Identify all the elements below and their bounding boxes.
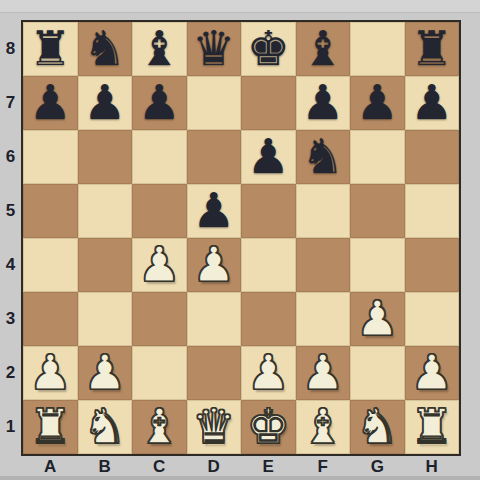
square-g5[interactable] [350,184,405,238]
square-c4[interactable]: ♟ [132,238,187,292]
file-labels: ABCDEFGH [23,456,459,476]
black-pawn-icon: ♟ [356,78,399,126]
white-pawn-icon: ♟ [301,348,344,396]
square-a5[interactable] [23,184,78,238]
rank-label: 5 [0,184,21,238]
white-pawn-icon: ♟ [83,348,126,396]
rank-label: 1 [0,400,21,454]
square-c6[interactable] [132,130,187,184]
file-label: A [23,456,78,477]
square-f5[interactable] [296,184,351,238]
black-queen-icon: ♛ [192,24,235,72]
file-label: E [241,456,296,477]
white-bishop-icon: ♝ [301,402,344,450]
square-a1[interactable]: ♜ [23,400,78,454]
black-pawn-icon: ♟ [138,78,181,126]
square-f3[interactable] [296,292,351,346]
chess-diagram: 87654321 ♜♞♝♛♚♝♜♟♟♟♟♟♟♟♞♟♟♟♟♟♟♟♟♟♜♞♝♛♚♝♞… [0,0,480,480]
square-g6[interactable] [350,130,405,184]
square-g8[interactable] [350,22,405,76]
black-pawn-icon: ♟ [192,186,235,234]
file-label: F [296,456,351,477]
square-a4[interactable] [23,238,78,292]
black-pawn-icon: ♟ [301,78,344,126]
white-bishop-icon: ♝ [138,402,181,450]
square-e2[interactable]: ♟ [241,346,296,400]
square-a6[interactable] [23,130,78,184]
square-c7[interactable]: ♟ [132,76,187,130]
black-bishop-icon: ♝ [138,24,181,72]
black-knight-icon: ♞ [83,24,126,72]
square-g1[interactable]: ♞ [350,400,405,454]
square-d4[interactable]: ♟ [187,238,242,292]
square-b2[interactable]: ♟ [78,346,133,400]
square-b8[interactable]: ♞ [78,22,133,76]
frame-bottom-edge [0,476,480,480]
square-a7[interactable]: ♟ [23,76,78,130]
square-f8[interactable]: ♝ [296,22,351,76]
file-label: G [350,456,405,477]
white-pawn-icon: ♟ [138,240,181,288]
rank-label: 2 [0,346,21,400]
square-h8[interactable]: ♜ [405,22,460,76]
white-pawn-icon: ♟ [29,348,72,396]
square-c3[interactable] [132,292,187,346]
square-b4[interactable] [78,238,133,292]
square-h1[interactable]: ♜ [405,400,460,454]
square-d3[interactable] [187,292,242,346]
white-pawn-icon: ♟ [192,240,235,288]
rank-label: 4 [0,238,21,292]
square-h2[interactable]: ♟ [405,346,460,400]
square-e3[interactable] [241,292,296,346]
white-rook-icon: ♜ [29,402,72,450]
square-d8[interactable]: ♛ [187,22,242,76]
square-d6[interactable] [187,130,242,184]
square-g2[interactable] [350,346,405,400]
chess-board: ♜♞♝♛♚♝♜♟♟♟♟♟♟♟♞♟♟♟♟♟♟♟♟♟♜♞♝♛♚♝♞♜ [21,20,461,456]
square-h3[interactable] [405,292,460,346]
white-rook-icon: ♜ [410,402,453,450]
square-e8[interactable]: ♚ [241,22,296,76]
white-pawn-icon: ♟ [356,294,399,342]
white-king-icon: ♚ [247,402,290,450]
rank-label: 3 [0,292,21,346]
white-knight-icon: ♞ [83,402,126,450]
rank-label: 6 [0,130,21,184]
square-b6[interactable] [78,130,133,184]
white-queen-icon: ♛ [192,402,235,450]
square-a3[interactable] [23,292,78,346]
square-c1[interactable]: ♝ [132,400,187,454]
square-d2[interactable] [187,346,242,400]
black-rook-icon: ♜ [29,24,72,72]
black-rook-icon: ♜ [410,24,453,72]
square-h7[interactable]: ♟ [405,76,460,130]
rank-label: 8 [0,22,21,76]
square-g3[interactable]: ♟ [350,292,405,346]
square-b7[interactable]: ♟ [78,76,133,130]
file-label: B [78,456,133,477]
rank-label: 7 [0,76,21,130]
black-knight-icon: ♞ [301,132,344,180]
file-label: H [405,456,460,477]
square-d1[interactable]: ♛ [187,400,242,454]
square-g4[interactable] [350,238,405,292]
black-bishop-icon: ♝ [301,24,344,72]
square-b3[interactable] [78,292,133,346]
white-pawn-icon: ♟ [410,348,453,396]
square-b5[interactable] [78,184,133,238]
square-h4[interactable] [405,238,460,292]
square-f4[interactable] [296,238,351,292]
black-pawn-icon: ♟ [29,78,72,126]
square-d5[interactable]: ♟ [187,184,242,238]
square-e7[interactable] [241,76,296,130]
black-pawn-icon: ♟ [247,132,290,180]
rank-labels: 87654321 [0,22,21,454]
file-label: D [187,456,242,477]
square-c5[interactable] [132,184,187,238]
white-pawn-icon: ♟ [247,348,290,396]
black-pawn-icon: ♟ [410,78,453,126]
square-c2[interactable] [132,346,187,400]
square-g7[interactable]: ♟ [350,76,405,130]
square-a8[interactable]: ♜ [23,22,78,76]
square-a2[interactable]: ♟ [23,346,78,400]
square-c8[interactable]: ♝ [132,22,187,76]
square-h5[interactable] [405,184,460,238]
square-f7[interactable]: ♟ [296,76,351,130]
black-pawn-icon: ♟ [83,78,126,126]
square-e5[interactable] [241,184,296,238]
black-king-icon: ♚ [247,24,290,72]
square-e6[interactable]: ♟ [241,130,296,184]
square-f2[interactable]: ♟ [296,346,351,400]
square-f1[interactable]: ♝ [296,400,351,454]
square-f6[interactable]: ♞ [296,130,351,184]
square-e1[interactable]: ♚ [241,400,296,454]
square-b1[interactable]: ♞ [78,400,133,454]
square-d7[interactable] [187,76,242,130]
frame-top-edge [0,0,480,13]
white-knight-icon: ♞ [356,402,399,450]
square-e4[interactable] [241,238,296,292]
square-h6[interactable] [405,130,460,184]
file-label: C [132,456,187,477]
